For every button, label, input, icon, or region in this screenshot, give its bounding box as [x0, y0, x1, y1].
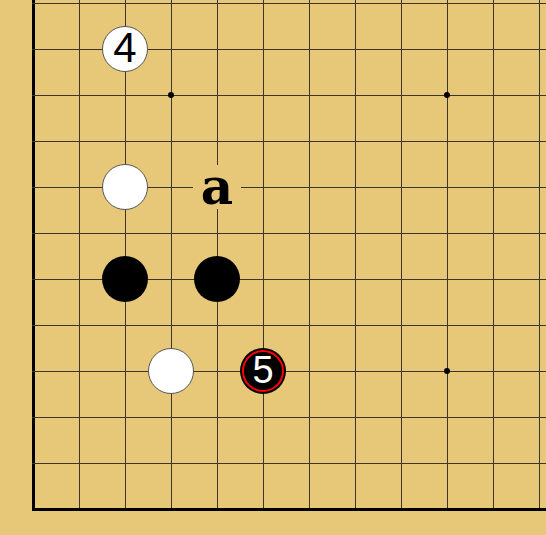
- grid-vertical-line: [309, 0, 310, 511]
- stone-white-C8[interactable]: [102, 164, 148, 210]
- grid-vertical-line: [171, 0, 172, 511]
- grid-vertical-line: [447, 0, 448, 511]
- grid-vertical-line: [493, 0, 494, 511]
- point-label-a[interactable]: a: [193, 165, 241, 209]
- grid-vertical-line: [539, 0, 540, 511]
- grid-vertical-line: [79, 0, 80, 511]
- grid-vertical-line: [355, 0, 356, 511]
- stone-white-C11[interactable]: 4: [102, 26, 148, 72]
- stone-move-number: 5: [252, 351, 273, 389]
- stone-move-number: 4: [113, 27, 136, 69]
- grid-horizontal-line: [32, 233, 546, 234]
- stone-white-D4[interactable]: [148, 348, 194, 394]
- go-board: a45: [0, 0, 546, 535]
- board-bottom-edge-line: [32, 508, 546, 511]
- grid-horizontal-line: [32, 3, 546, 4]
- grid-horizontal-line: [32, 417, 546, 418]
- grid-vertical-line: [401, 0, 402, 511]
- stone-black-F4[interactable]: 5: [240, 348, 286, 394]
- grid-vertical-line: [263, 0, 264, 511]
- grid-horizontal-line: [32, 141, 546, 142]
- board-left-edge-line: [32, 0, 35, 511]
- star-point-K10: [444, 92, 450, 98]
- grid-horizontal-line: [32, 371, 546, 372]
- grid-horizontal-line: [32, 95, 546, 96]
- star-point-D10: [168, 92, 174, 98]
- grid-horizontal-line: [32, 325, 546, 326]
- star-point-K4: [444, 368, 450, 374]
- grid-horizontal-line: [32, 463, 546, 464]
- stone-black-E6[interactable]: [194, 256, 240, 302]
- stone-black-C6[interactable]: [102, 256, 148, 302]
